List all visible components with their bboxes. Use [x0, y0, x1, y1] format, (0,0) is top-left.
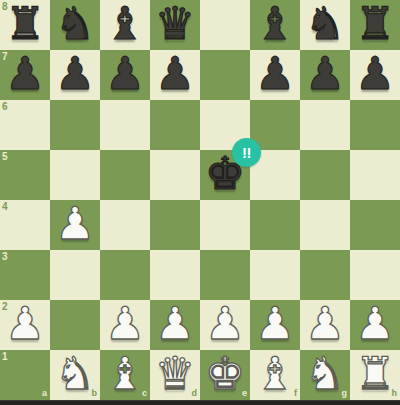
black-pawn-piece[interactable]: ♟	[250, 48, 300, 98]
square-f4[interactable]	[250, 200, 300, 250]
square-d6[interactable]	[150, 100, 200, 150]
square-h3[interactable]	[350, 250, 400, 300]
white-pawn-piece[interactable]: ♟	[150, 298, 200, 348]
square-e3[interactable]	[200, 250, 250, 300]
square-g1[interactable]: g♞	[300, 350, 350, 400]
square-h4[interactable]	[350, 200, 400, 250]
square-c7[interactable]: ♟	[100, 50, 150, 100]
square-f2[interactable]: ♟	[250, 300, 300, 350]
square-d3[interactable]	[150, 250, 200, 300]
square-f7[interactable]: ♟	[250, 50, 300, 100]
white-queen-piece[interactable]: ♛	[150, 348, 200, 398]
square-c3[interactable]	[100, 250, 150, 300]
square-b2[interactable]	[50, 300, 100, 350]
square-a7[interactable]: 7♟	[0, 50, 50, 100]
square-h5[interactable]	[350, 150, 400, 200]
square-d4[interactable]	[150, 200, 200, 250]
rank-label-3: 3	[2, 252, 8, 262]
square-d8[interactable]: ♛	[150, 0, 200, 50]
square-c2[interactable]: ♟	[100, 300, 150, 350]
square-b8[interactable]: ♞	[50, 0, 100, 50]
white-pawn-piece[interactable]: ♟	[50, 198, 100, 248]
square-d7[interactable]: ♟	[150, 50, 200, 100]
square-h1[interactable]: h♜	[350, 350, 400, 400]
square-a3[interactable]: 3	[0, 250, 50, 300]
square-f1[interactable]: f♝	[250, 350, 300, 400]
square-g8[interactable]: ♞	[300, 0, 350, 50]
white-pawn-piece[interactable]: ♟	[300, 298, 350, 348]
square-c1[interactable]: c♝	[100, 350, 150, 400]
square-b5[interactable]	[50, 150, 100, 200]
black-rook-piece[interactable]: ♜	[350, 0, 400, 48]
square-g4[interactable]	[300, 200, 350, 250]
square-h6[interactable]	[350, 100, 400, 150]
black-bishop-piece[interactable]: ♝	[100, 0, 150, 48]
square-c6[interactable]	[100, 100, 150, 150]
square-d2[interactable]: ♟	[150, 300, 200, 350]
square-a8[interactable]: 8♜	[0, 0, 50, 50]
chess-board: 8♜♞♝♛♝♞♜7♟♟♟♟♟♟♟65♚4♟32♟♟♟♟♟♟♟1ab♞c♝d♛e♚…	[0, 0, 400, 400]
black-pawn-piece[interactable]: ♟	[50, 48, 100, 98]
white-bishop-piece[interactable]: ♝	[100, 348, 150, 398]
white-pawn-piece[interactable]: ♟	[350, 298, 400, 348]
black-knight-piece[interactable]: ♞	[50, 0, 100, 48]
square-b4[interactable]: ♟	[50, 200, 100, 250]
rank-label-4: 4	[2, 202, 8, 212]
black-queen-piece[interactable]: ♛	[150, 0, 200, 48]
square-e4[interactable]	[200, 200, 250, 250]
black-pawn-piece[interactable]: ♟	[300, 48, 350, 98]
square-h8[interactable]: ♜	[350, 0, 400, 50]
white-pawn-piece[interactable]: ♟	[250, 298, 300, 348]
square-d5[interactable]	[150, 150, 200, 200]
square-g2[interactable]: ♟	[300, 300, 350, 350]
square-c5[interactable]	[100, 150, 150, 200]
rank-label-5: 5	[2, 152, 8, 162]
white-knight-piece[interactable]: ♞	[50, 348, 100, 398]
black-pawn-piece[interactable]: ♟	[0, 48, 50, 98]
black-pawn-piece[interactable]: ♟	[350, 48, 400, 98]
white-bishop-piece[interactable]: ♝	[250, 348, 300, 398]
white-pawn-piece[interactable]: ♟	[200, 298, 250, 348]
chess-app-screen: 8♜♞♝♛♝♞♜7♟♟♟♟♟♟♟65♚4♟32♟♟♟♟♟♟♟1ab♞c♝d♛e♚…	[0, 0, 400, 405]
white-king-piece[interactable]: ♚	[200, 348, 250, 398]
square-b3[interactable]	[50, 250, 100, 300]
white-rook-piece[interactable]: ♜	[350, 348, 400, 398]
square-h7[interactable]: ♟	[350, 50, 400, 100]
square-e7[interactable]	[200, 50, 250, 100]
square-b1[interactable]: b♞	[50, 350, 100, 400]
square-g3[interactable]	[300, 250, 350, 300]
square-g5[interactable]	[300, 150, 350, 200]
bottom-panel-edge	[0, 400, 400, 405]
square-a5[interactable]: 5	[0, 150, 50, 200]
black-pawn-piece[interactable]: ♟	[100, 48, 150, 98]
white-knight-piece[interactable]: ♞	[300, 348, 350, 398]
rank-label-6: 6	[2, 102, 8, 112]
square-e1[interactable]: e♚	[200, 350, 250, 400]
square-d1[interactable]: d♛	[150, 350, 200, 400]
square-e8[interactable]	[200, 0, 250, 50]
black-rook-piece[interactable]: ♜	[0, 0, 50, 48]
black-pawn-piece[interactable]: ♟	[150, 48, 200, 98]
black-knight-piece[interactable]: ♞	[300, 0, 350, 48]
square-a4[interactable]: 4	[0, 200, 50, 250]
square-h2[interactable]: ♟	[350, 300, 400, 350]
white-pawn-piece[interactable]: ♟	[0, 298, 50, 348]
square-c8[interactable]: ♝	[100, 0, 150, 50]
white-pawn-piece[interactable]: ♟	[100, 298, 150, 348]
brilliant-move-badge: !!	[232, 138, 261, 167]
square-e2[interactable]: ♟	[200, 300, 250, 350]
file-label-a: a	[42, 388, 47, 398]
square-g6[interactable]	[300, 100, 350, 150]
square-f8[interactable]: ♝	[250, 0, 300, 50]
square-f3[interactable]	[250, 250, 300, 300]
square-c4[interactable]	[100, 200, 150, 250]
rank-label-1: 1	[2, 352, 8, 362]
square-a2[interactable]: 2♟	[0, 300, 50, 350]
square-a6[interactable]: 6	[0, 100, 50, 150]
square-g7[interactable]: ♟	[300, 50, 350, 100]
black-bishop-piece[interactable]: ♝	[250, 0, 300, 48]
square-b7[interactable]: ♟	[50, 50, 100, 100]
square-a1[interactable]: 1a	[0, 350, 50, 400]
square-b6[interactable]	[50, 100, 100, 150]
